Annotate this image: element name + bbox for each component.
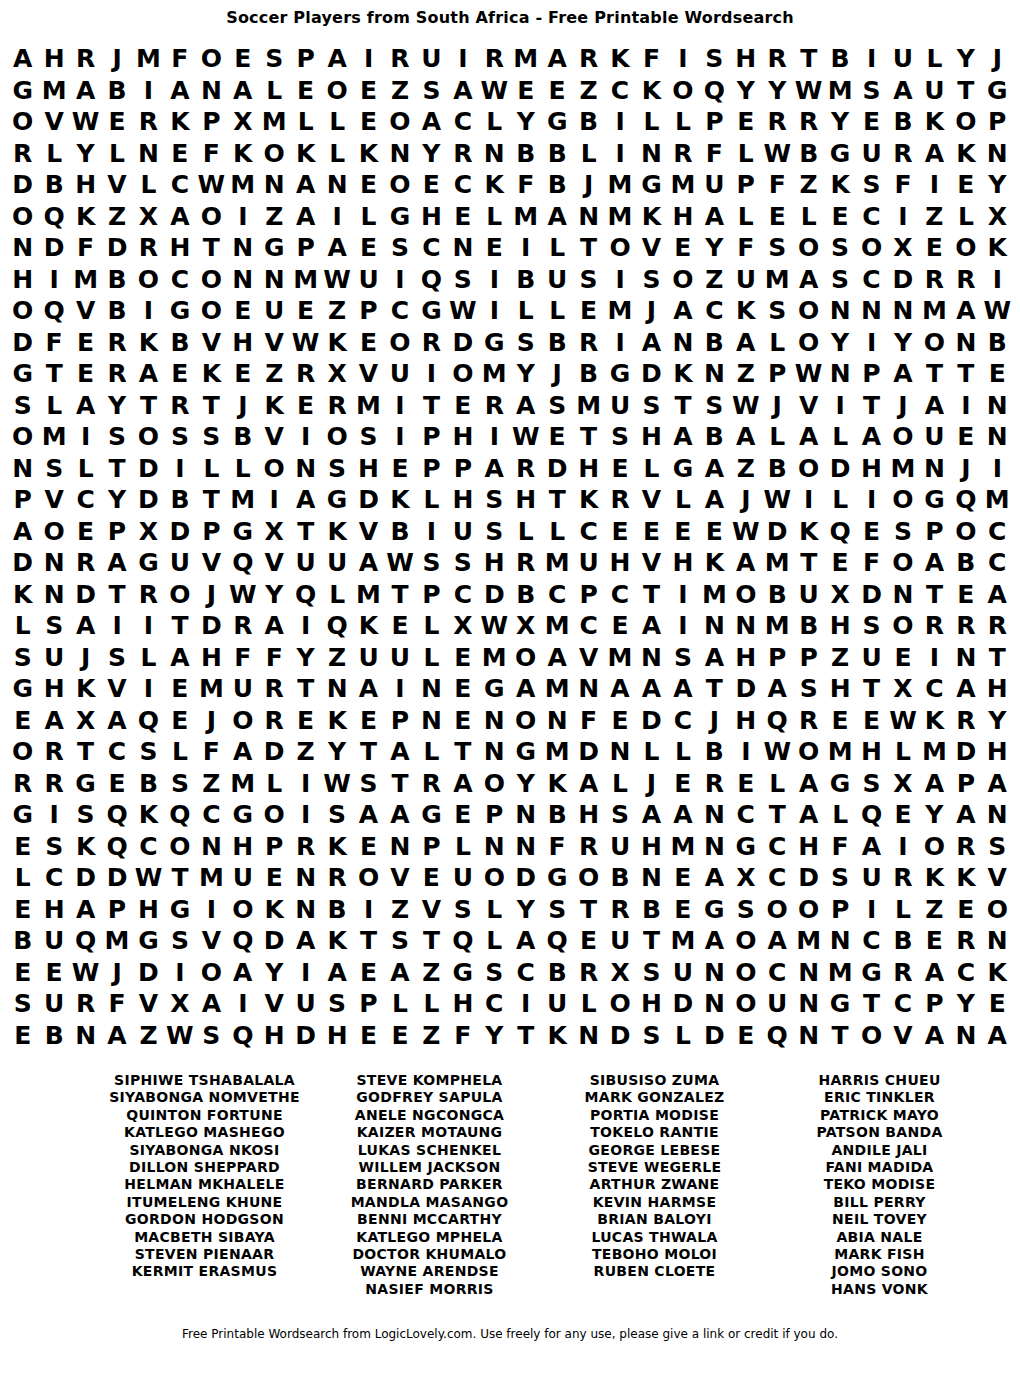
grid-cell: E [447, 799, 478, 831]
grid-cell: U [541, 264, 572, 296]
grid-cell: E [730, 1020, 761, 1052]
grid-cell: H [479, 547, 510, 579]
grid-cell: H [416, 201, 447, 233]
word-list-item: HANS VONK [767, 1281, 992, 1298]
grid-cell: A [133, 358, 164, 390]
grid-cell: R [164, 390, 195, 422]
grid-cell: O [479, 862, 510, 894]
grid-cell: T [384, 768, 415, 800]
grid-cell: W [510, 421, 541, 453]
grid-cell: B [982, 327, 1013, 359]
grid-cell: I [887, 201, 918, 233]
grid-cell: D [793, 862, 824, 894]
grid-cell: A [321, 232, 352, 264]
word-list-item: TEKO MODISE [767, 1176, 992, 1193]
grid-cell: U [290, 988, 321, 1020]
grid-cell: A [699, 862, 730, 894]
grid-cell: Q [416, 264, 447, 296]
grid-cell: N [824, 295, 855, 327]
grid-cell: E [604, 516, 635, 548]
grid-cell: A [699, 642, 730, 674]
grid-cell: C [447, 579, 478, 611]
grid-cell: N [699, 358, 730, 390]
grid-cell: V [259, 327, 290, 359]
grid-cell: B [793, 138, 824, 170]
grid-cell: A [667, 799, 698, 831]
grid-cell: G [7, 75, 38, 107]
grid-cell: Y [479, 1020, 510, 1052]
grid-cell: U [793, 579, 824, 611]
grid-cell: Q [762, 1020, 793, 1052]
grid-cell: T [70, 736, 101, 768]
grid-cell: U [384, 642, 415, 674]
grid-cell: O [259, 138, 290, 170]
grid-cell: Y [887, 327, 918, 359]
grid-cell: Z [699, 264, 730, 296]
word-list-item: MANDLA MASANGO [317, 1194, 542, 1211]
grid-cell: U [699, 169, 730, 201]
grid-cell: A [699, 453, 730, 485]
grid-cell: M [824, 957, 855, 989]
grid-cell: I [384, 421, 415, 453]
grid-cell: Y [510, 768, 541, 800]
grid-cell: G [541, 862, 572, 894]
grid-cell: M [479, 358, 510, 390]
grid-cell: Y [259, 957, 290, 989]
grid-cell: Z [793, 169, 824, 201]
word-list-item: PATSON BANDA [767, 1124, 992, 1141]
grid-cell: G [699, 894, 730, 926]
grid-cell: L [730, 201, 761, 233]
grid-cell: M [479, 642, 510, 674]
grid-cell: I [416, 358, 447, 390]
grid-cell: R [510, 453, 541, 485]
grid-cell: D [196, 610, 227, 642]
grid-cell: B [101, 75, 132, 107]
grid-cell: H [573, 799, 604, 831]
grid-cell: B [541, 138, 572, 170]
grid-cell: O [227, 894, 258, 926]
grid-cell: S [164, 421, 195, 453]
grid-cell: C [164, 264, 195, 296]
grid-cell: B [38, 169, 69, 201]
grid-cell: K [919, 705, 950, 737]
grid-cell: C [70, 484, 101, 516]
grid-cell: R [604, 894, 635, 926]
grid-cell: M [259, 106, 290, 138]
grid-cell: I [196, 894, 227, 926]
grid-cell: L [384, 988, 415, 1020]
grid-cell: Q [824, 516, 855, 548]
grid-cell: O [667, 264, 698, 296]
grid-cell: N [636, 138, 667, 170]
grid-cell: Y [321, 736, 352, 768]
grid-cell: B [762, 579, 793, 611]
grid-cell: R [416, 768, 447, 800]
grid-cell: B [101, 264, 132, 296]
grid-cell: O [950, 516, 981, 548]
word-list-column-1: SIPHIWE TSHABALALASIYABONGA NOMVETHEQUIN… [92, 1072, 317, 1298]
grid-cell: O [730, 957, 761, 989]
grid-cell: L [38, 138, 69, 170]
grid-cell: F [762, 169, 793, 201]
grid-cell: M [762, 264, 793, 296]
grid-cell: B [541, 799, 572, 831]
grid-cell: R [573, 831, 604, 863]
grid-cell: D [541, 453, 572, 485]
grid-cell: O [950, 106, 981, 138]
grid-cell: N [887, 295, 918, 327]
grid-cell: L [196, 453, 227, 485]
grid-cell: E [950, 169, 981, 201]
grid-cell: N [699, 988, 730, 1020]
grid-cell: W [730, 390, 761, 422]
grid-cell: V [38, 484, 69, 516]
grid-cell: G [856, 957, 887, 989]
grid-cell: R [510, 547, 541, 579]
word-list-column-2: STEVE KOMPHELAGODFREY SAPULAANELE NGCONG… [317, 1072, 542, 1298]
grid-cell: X [133, 516, 164, 548]
grid-cell: N [824, 358, 855, 390]
grid-cell: L [950, 201, 981, 233]
grid-cell: A [730, 421, 761, 453]
grid-cell: R [573, 327, 604, 359]
grid-cell: M [196, 862, 227, 894]
grid-cell: E [164, 673, 195, 705]
grid-cell: E [227, 295, 258, 327]
word-list-item: TEBOHO MOLOI [542, 1246, 767, 1263]
grid-cell: D [164, 516, 195, 548]
grid-cell: O [730, 579, 761, 611]
grid-cell: N [416, 673, 447, 705]
grid-cell: R [887, 957, 918, 989]
grid-cell: K [133, 327, 164, 359]
grid-cell: F [699, 138, 730, 170]
grid-cell: S [447, 264, 478, 296]
grid-cell: A [479, 453, 510, 485]
grid-cell: J [730, 484, 761, 516]
grid-cell: H [982, 673, 1013, 705]
grid-cell: U [730, 264, 761, 296]
grid-cell: M [824, 75, 855, 107]
grid-cell: G [447, 957, 478, 989]
grid-cell: L [793, 201, 824, 233]
grid-cell: L [887, 894, 918, 926]
grid-cell: V [636, 232, 667, 264]
grid-cell: N [887, 579, 918, 611]
grid-cell: W [762, 138, 793, 170]
grid-cell: R [259, 673, 290, 705]
grid-cell: V [573, 642, 604, 674]
grid-cell: I [604, 264, 635, 296]
grid-cell: I [70, 421, 101, 453]
grid-cell: G [7, 799, 38, 831]
grid-cell: R [950, 831, 981, 863]
grid-cell: K [541, 768, 572, 800]
grid-cell: S [38, 831, 69, 863]
grid-cell: Y [730, 75, 761, 107]
grid-cell: S [856, 610, 887, 642]
grid-cell: O [196, 295, 227, 327]
grid-cell: I [982, 264, 1013, 296]
grid-cell: I [384, 264, 415, 296]
grid-cell: D [133, 484, 164, 516]
grid-cell: F [573, 705, 604, 737]
grid-cell: D [7, 169, 38, 201]
grid-cell: E [7, 1020, 38, 1052]
grid-cell: L [259, 75, 290, 107]
grid-cell: S [479, 516, 510, 548]
grid-cell: U [321, 547, 352, 579]
grid-cell: E [7, 705, 38, 737]
grid-cell: N [730, 610, 761, 642]
grid-cell: A [919, 957, 950, 989]
grid-cell: D [447, 327, 478, 359]
grid-cell: F [101, 988, 132, 1020]
grid-cell: Z [730, 453, 761, 485]
grid-cell: T [196, 484, 227, 516]
grid-cell: Y [510, 106, 541, 138]
grid-cell: F [196, 138, 227, 170]
grid-cell: T [950, 358, 981, 390]
grid-cell: N [699, 831, 730, 863]
grid-cell: A [762, 925, 793, 957]
grid-cell: V [982, 862, 1013, 894]
grid-cell: B [541, 169, 572, 201]
grid-cell: Y [982, 169, 1013, 201]
grid-cell: Z [919, 201, 950, 233]
grid-cell: A [447, 768, 478, 800]
grid-cell: L [133, 169, 164, 201]
grid-cell: L [604, 768, 635, 800]
word-list-item: KAIZER MOTAUNG [317, 1124, 542, 1141]
grid-cell: G [479, 673, 510, 705]
grid-cell: S [479, 957, 510, 989]
grid-cell: W [762, 736, 793, 768]
grid-cell: B [573, 106, 604, 138]
grid-cell: E [353, 232, 384, 264]
word-list-item: SIBUSISO ZUMA [542, 1072, 767, 1089]
grid-cell: A [793, 264, 824, 296]
grid-cell: O [887, 421, 918, 453]
word-list-item: SIYABONGA NKOSI [92, 1142, 317, 1159]
grid-cell: A [856, 421, 887, 453]
grid-cell: E [667, 232, 698, 264]
grid-cell: L [510, 516, 541, 548]
grid-cell: S [982, 831, 1013, 863]
grid-cell: P [793, 642, 824, 674]
grid-cell: F [824, 831, 855, 863]
grid-cell: A [7, 516, 38, 548]
grid-cell: A [950, 295, 981, 327]
grid-cell: I [133, 610, 164, 642]
grid-cell: E [636, 516, 667, 548]
grid-cell: A [762, 673, 793, 705]
grid-cell: D [259, 925, 290, 957]
grid-cell: M [887, 453, 918, 485]
grid-cell: G [982, 75, 1013, 107]
grid-cell: A [101, 547, 132, 579]
grid-cell: R [259, 705, 290, 737]
grid-cell: A [699, 925, 730, 957]
grid-cell: G [164, 894, 195, 926]
grid-cell: Z [259, 201, 290, 233]
grid-cell: U [290, 547, 321, 579]
grid-cell: E [541, 75, 572, 107]
grid-cell: Z [824, 642, 855, 674]
grid-cell: L [824, 421, 855, 453]
grid-cell: H [259, 1020, 290, 1052]
grid-cell: I [290, 957, 321, 989]
grid-cell: O [730, 988, 761, 1020]
grid-cell: C [919, 673, 950, 705]
grid-cell: L [447, 831, 478, 863]
grid-cell: R [290, 358, 321, 390]
grid-cell: X [133, 201, 164, 233]
grid-cell: Y [699, 232, 730, 264]
grid-cell: H [573, 453, 604, 485]
grid-cell: I [604, 138, 635, 170]
grid-cell: R [38, 768, 69, 800]
grid-cell: Z [259, 358, 290, 390]
grid-cell: O [321, 421, 352, 453]
grid-cell: A [353, 673, 384, 705]
grid-cell: B [510, 138, 541, 170]
grid-cell: T [101, 453, 132, 485]
grid-cell: U [38, 988, 69, 1020]
grid-cell: J [636, 295, 667, 327]
word-list-item: MARK GONZALEZ [542, 1089, 767, 1106]
word-list-item: DOCTOR KHUMALO [317, 1246, 542, 1263]
grid-cell: S [353, 421, 384, 453]
word-list-item: BILL PERRY [767, 1194, 992, 1211]
grid-cell: F [196, 736, 227, 768]
grid-cell: W [762, 484, 793, 516]
grid-cell: B [541, 327, 572, 359]
grid-cell: T [541, 484, 572, 516]
word-list-item: BRIAN BALOYI [542, 1211, 767, 1228]
grid-cell: Y [101, 484, 132, 516]
grid-cell: L [636, 736, 667, 768]
grid-cell: M [101, 925, 132, 957]
grid-cell: E [541, 421, 572, 453]
grid-cell: M [227, 768, 258, 800]
grid-cell: B [101, 295, 132, 327]
grid-cell: C [982, 516, 1013, 548]
grid-cell: V [101, 673, 132, 705]
grid-cell: M [699, 579, 730, 611]
grid-cell: L [479, 925, 510, 957]
grid-cell: A [919, 390, 950, 422]
grid-cell: A [699, 484, 730, 516]
grid-cell: A [101, 1020, 132, 1052]
grid-cell: V [636, 547, 667, 579]
grid-cell: E [384, 610, 415, 642]
grid-cell: E [38, 957, 69, 989]
grid-cell: K [70, 201, 101, 233]
grid-cell: Q [950, 484, 981, 516]
grid-cell: Z [416, 957, 447, 989]
grid-cell: Z [573, 75, 604, 107]
grid-cell: F [70, 232, 101, 264]
grid-cell: I [227, 201, 258, 233]
grid-cell: J [101, 43, 132, 75]
grid-cell: E [384, 453, 415, 485]
grid-cell: N [950, 642, 981, 674]
grid-cell: P [416, 453, 447, 485]
grid-cell: A [7, 43, 38, 75]
grid-cell: K [793, 516, 824, 548]
grid-cell: O [384, 327, 415, 359]
grid-cell: J [950, 453, 981, 485]
grid-cell: B [510, 579, 541, 611]
grid-cell: Q [38, 295, 69, 327]
grid-cell: O [196, 201, 227, 233]
grid-cell: G [541, 106, 572, 138]
grid-cell: A [793, 799, 824, 831]
grid-cell: T [164, 610, 195, 642]
grid-cell: O [919, 327, 950, 359]
grid-cell: N [70, 1020, 101, 1052]
grid-cell: P [196, 106, 227, 138]
grid-cell: Q [762, 705, 793, 737]
grid-cell: D [887, 264, 918, 296]
grid-cell: M [604, 642, 635, 674]
grid-cell: U [38, 642, 69, 674]
grid-cell: P [856, 358, 887, 390]
grid-cell: K [730, 295, 761, 327]
grid-cell: S [636, 957, 667, 989]
grid-cell: E [7, 957, 38, 989]
grid-cell: B [824, 43, 855, 75]
grid-cell: E [101, 768, 132, 800]
grid-cell: E [919, 232, 950, 264]
grid-cell: Q [856, 799, 887, 831]
grid-cell: K [919, 106, 950, 138]
grid-cell: N [227, 232, 258, 264]
grid-cell: H [227, 327, 258, 359]
grid-cell: X [730, 862, 761, 894]
grid-cell: I [447, 43, 478, 75]
grid-cell: M [227, 484, 258, 516]
grid-cell: T [573, 421, 604, 453]
grid-cell: E [416, 862, 447, 894]
grid-cell: N [793, 957, 824, 989]
grid-cell: H [447, 421, 478, 453]
grid-cell: A [541, 43, 572, 75]
grid-cell: Y [510, 894, 541, 926]
word-list-item: MARK FISH [767, 1246, 992, 1263]
grid-cell: V [259, 988, 290, 1020]
grid-cell: D [762, 516, 793, 548]
word-list-item: GODFREY SAPULA [317, 1089, 542, 1106]
grid-cell: V [196, 327, 227, 359]
grid-cell: N [573, 1020, 604, 1052]
grid-cell: E [510, 75, 541, 107]
grid-cell: P [982, 106, 1013, 138]
grid-cell: I [479, 421, 510, 453]
grid-cell: F [38, 327, 69, 359]
grid-cell: P [416, 831, 447, 863]
grid-cell: I [479, 264, 510, 296]
grid-cell: B [573, 358, 604, 390]
grid-cell: G [730, 831, 761, 863]
grid-cell: R [479, 43, 510, 75]
grid-cell: A [919, 138, 950, 170]
grid-cell: M [541, 736, 572, 768]
grid-cell: Q [227, 547, 258, 579]
grid-cell: D [259, 736, 290, 768]
